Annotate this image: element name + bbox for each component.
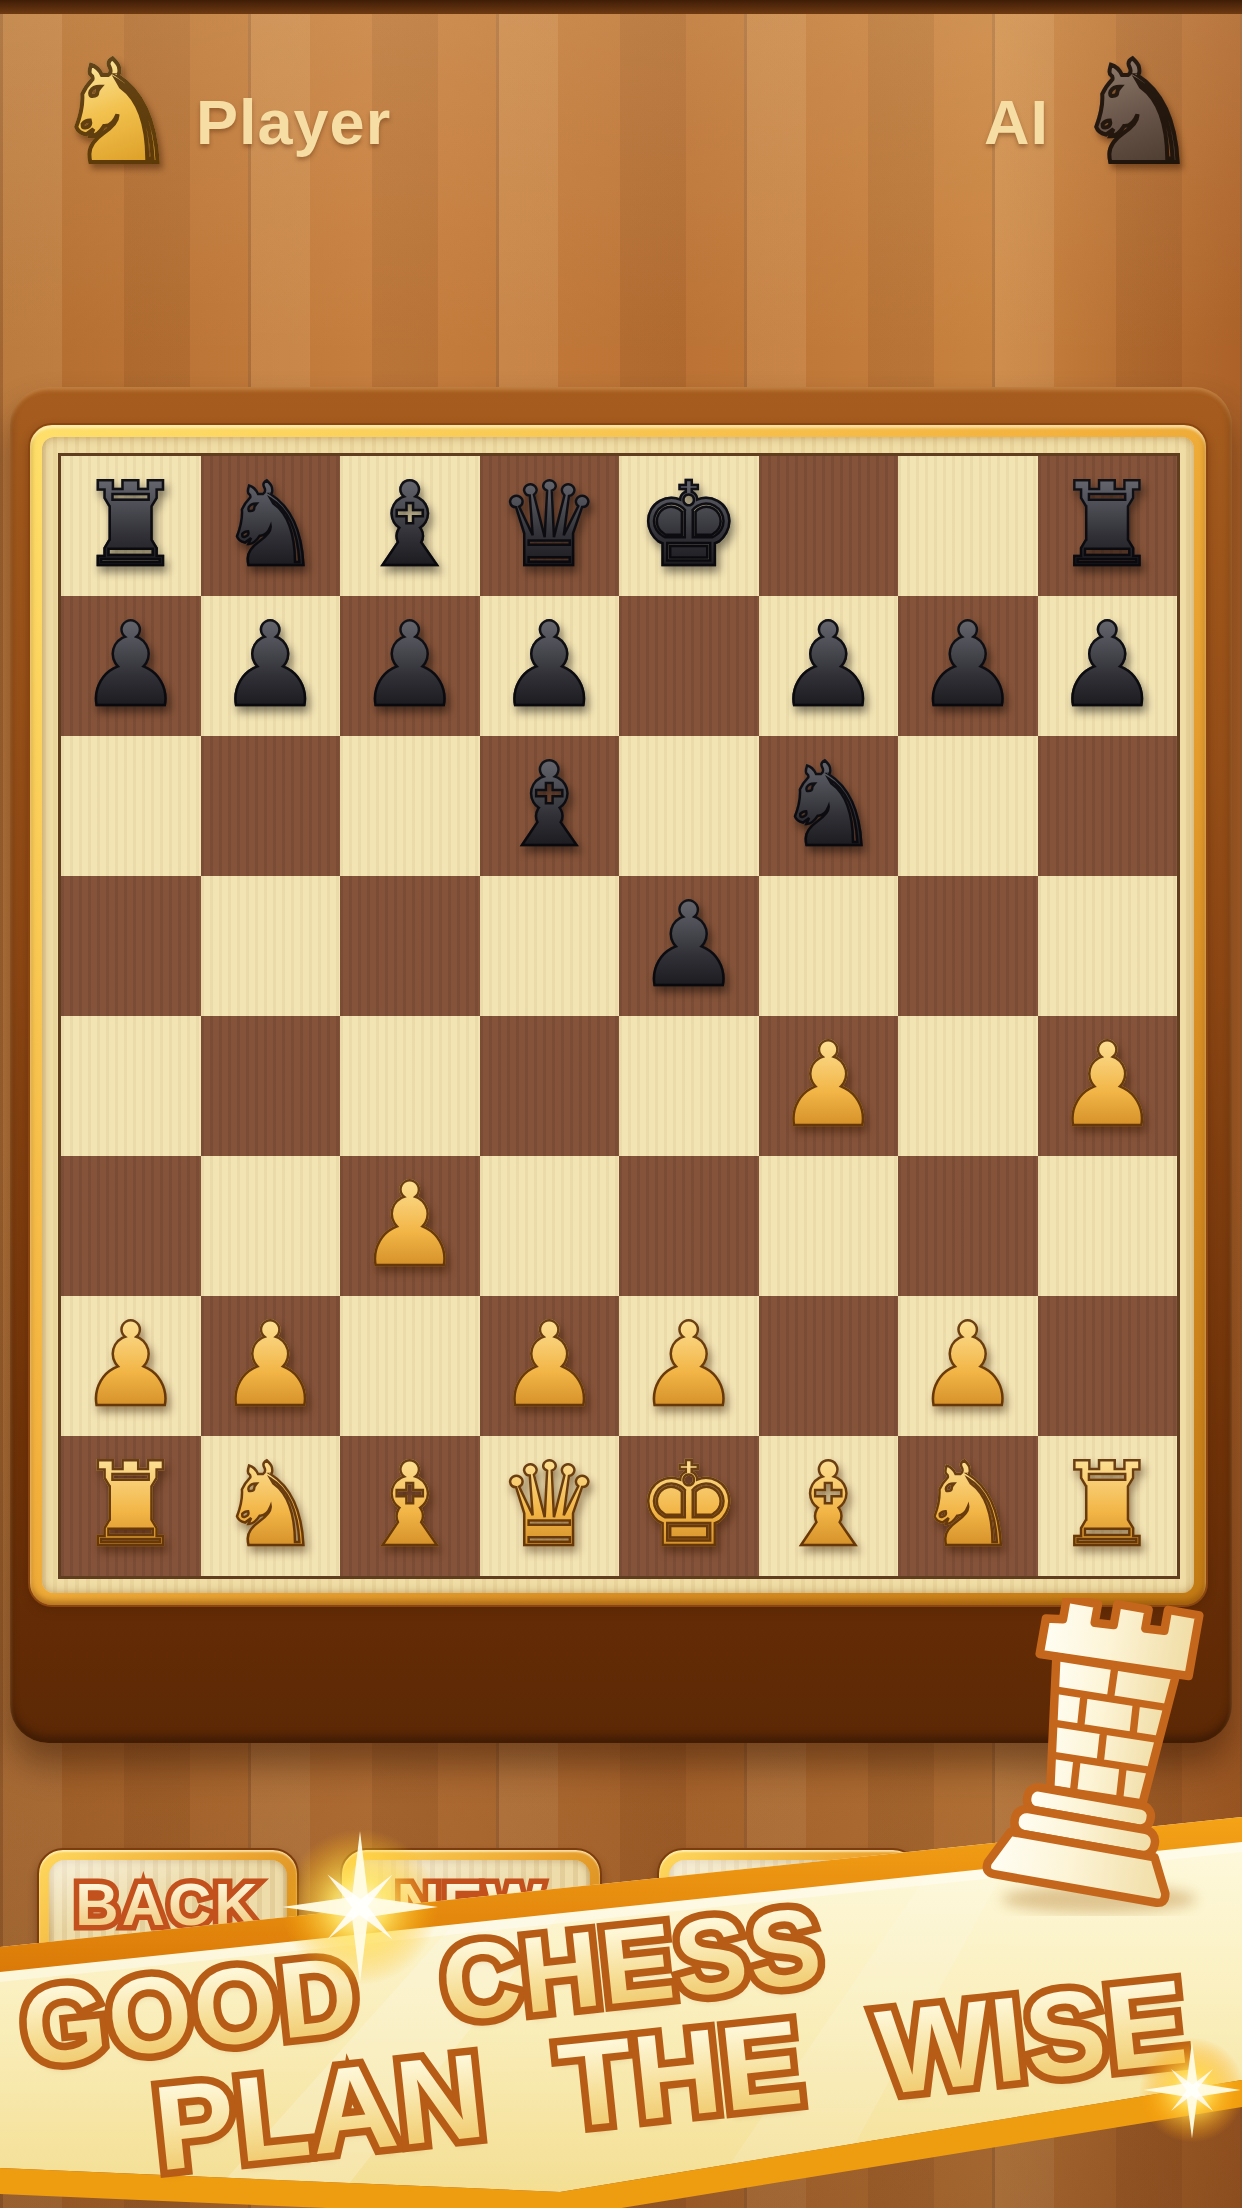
back-button-label: BACK — [75, 1871, 260, 1938]
square-f7[interactable]: ♟ — [759, 596, 899, 736]
square-a3[interactable] — [61, 1156, 201, 1296]
square-b7[interactable]: ♟ — [201, 596, 341, 736]
square-c6[interactable] — [340, 736, 480, 876]
square-g8[interactable] — [898, 456, 1038, 596]
square-a6[interactable] — [61, 736, 201, 876]
player-knight-icon: ♞ — [52, 30, 182, 200]
square-h8[interactable]: ♜ — [1038, 456, 1178, 596]
piece-black-pawn: ♟ — [759, 596, 899, 734]
piece-white-pawn: ♟ — [759, 1016, 899, 1154]
square-h7[interactable]: ♟ — [1038, 596, 1178, 736]
square-g6[interactable] — [898, 736, 1038, 876]
piece-white-king: ♚ — [619, 1436, 759, 1574]
chess-board[interactable]: ♜♞♝♛♚♜♟♟♟♟♟♟♟♝♞♟♟♟♟♟♟♟♟♟♜♞♝♛♚♝♞♜ — [58, 453, 1180, 1579]
piece-white-pawn: ♟ — [619, 1296, 759, 1434]
square-e2[interactable]: ♟ — [619, 1296, 759, 1436]
square-g4[interactable] — [898, 1016, 1038, 1156]
square-e6[interactable] — [619, 736, 759, 876]
piece-black-bishop: ♝ — [340, 456, 480, 594]
square-g7[interactable]: ♟ — [898, 596, 1038, 736]
piece-black-king: ♚ — [619, 456, 759, 594]
square-b1[interactable]: ♞ — [201, 1436, 341, 1576]
dark-knight-glyph: ♞ — [1072, 30, 1202, 195]
square-g3[interactable] — [898, 1156, 1038, 1296]
square-b5[interactable] — [201, 876, 341, 1016]
square-e3[interactable] — [619, 1156, 759, 1296]
banner-line2-outline: PLAN THE WISE — [148, 1952, 1194, 2198]
piece-black-queen: ♛ — [480, 456, 620, 594]
covered-button-face — [669, 1860, 907, 1960]
piece-white-pawn: ♟ — [340, 1156, 480, 1294]
banner-line2-text: PLAN THE WISE — [148, 1954, 1193, 2196]
square-e4[interactable] — [619, 1016, 759, 1156]
square-g2[interactable]: ♟ — [898, 1296, 1038, 1436]
square-h4[interactable]: ♟ — [1038, 1016, 1178, 1156]
square-a4[interactable] — [61, 1016, 201, 1156]
piece-white-pawn: ♟ — [61, 1296, 201, 1434]
board-inner-frame: ♜♞♝♛♚♜♟♟♟♟♟♟♟♝♞♟♟♟♟♟♟♟♟♟♜♞♝♛♚♝♞♜ — [42, 437, 1194, 1593]
square-c2[interactable] — [340, 1296, 480, 1436]
square-b8[interactable]: ♞ — [201, 456, 341, 596]
back-button[interactable]: BACK BACK — [37, 1848, 299, 1972]
square-d1[interactable]: ♛ — [480, 1436, 620, 1576]
piece-black-pawn: ♟ — [1038, 596, 1178, 734]
square-g1[interactable]: ♞ — [898, 1436, 1038, 1576]
piece-white-rook: ♜ — [61, 1436, 201, 1574]
covered-button[interactable] — [657, 1848, 919, 1972]
piece-white-knight: ♞ — [898, 1436, 1038, 1574]
square-h5[interactable] — [1038, 876, 1178, 1016]
piece-white-pawn: ♟ — [1038, 1016, 1178, 1154]
piece-white-bishop: ♝ — [340, 1436, 480, 1574]
square-h2[interactable] — [1038, 1296, 1178, 1436]
chess-app-screen: { "game": { "name": "chess", "mode": "Pl… — [0, 0, 1242, 2208]
square-d7[interactable]: ♟ — [480, 596, 620, 736]
square-d6[interactable]: ♝ — [480, 736, 620, 876]
square-d3[interactable] — [480, 1156, 620, 1296]
square-h6[interactable] — [1038, 736, 1178, 876]
square-c4[interactable] — [340, 1016, 480, 1156]
square-c3[interactable]: ♟ — [340, 1156, 480, 1296]
square-e8[interactable]: ♚ — [619, 456, 759, 596]
ai-name-label: AI — [984, 86, 1049, 158]
piece-black-knight: ♞ — [759, 736, 899, 874]
banner-text-line2: PLAN THE WISE PLAN THE WISE — [148, 1952, 1194, 2198]
piece-black-rook: ♜ — [61, 456, 201, 594]
piece-white-pawn: ♟ — [201, 1296, 341, 1434]
square-b3[interactable] — [201, 1156, 341, 1296]
piece-black-knight: ♞ — [201, 456, 341, 594]
square-a7[interactable]: ♟ — [61, 596, 201, 736]
square-b6[interactable] — [201, 736, 341, 876]
new-button-label-wrap: NEW NEW — [342, 1870, 600, 1939]
square-a1[interactable]: ♜ — [61, 1436, 201, 1576]
glare-highlight — [669, 1860, 907, 1940]
square-b2[interactable]: ♟ — [201, 1296, 341, 1436]
square-d8[interactable]: ♛ — [480, 456, 620, 596]
piece-white-bishop: ♝ — [759, 1436, 899, 1574]
piece-black-pawn: ♟ — [61, 596, 201, 734]
square-g5[interactable] — [898, 876, 1038, 1016]
square-d4[interactable] — [480, 1016, 620, 1156]
new-button-label: NEW — [397, 1871, 546, 1938]
square-a2[interactable]: ♟ — [61, 1296, 201, 1436]
square-c8[interactable]: ♝ — [340, 456, 480, 596]
square-e5[interactable]: ♟ — [619, 876, 759, 1016]
board-outer-frame: ♜♞♝♛♚♜♟♟♟♟♟♟♟♝♞♟♟♟♟♟♟♟♟♟♜♞♝♛♚♝♞♜ — [10, 387, 1232, 1743]
piece-black-pawn: ♟ — [480, 596, 620, 734]
square-f5[interactable] — [759, 876, 899, 1016]
top-shadow-strip — [0, 0, 1242, 14]
square-e7[interactable] — [619, 596, 759, 736]
piece-white-pawn: ♟ — [480, 1296, 620, 1434]
piece-black-pawn: ♟ — [340, 596, 480, 734]
square-h1[interactable]: ♜ — [1038, 1436, 1178, 1576]
gold-knight-glyph: ♞ — [52, 30, 182, 195]
square-h3[interactable] — [1038, 1156, 1178, 1296]
piece-black-pawn: ♟ — [619, 876, 759, 1014]
square-f6[interactable]: ♞ — [759, 736, 899, 876]
square-c5[interactable] — [340, 876, 480, 1016]
square-f1[interactable]: ♝ — [759, 1436, 899, 1576]
piece-white-pawn: ♟ — [898, 1296, 1038, 1434]
piece-white-queen: ♛ — [480, 1436, 620, 1574]
piece-white-rook: ♜ — [1038, 1436, 1178, 1574]
new-button[interactable]: NEW NEW — [340, 1848, 602, 1972]
piece-white-knight: ♞ — [201, 1436, 341, 1574]
square-a5[interactable] — [61, 876, 201, 1016]
back-button-label-wrap: BACK BACK — [39, 1870, 297, 1939]
piece-black-rook: ♜ — [1038, 456, 1178, 594]
sparkle-icon — [1138, 2036, 1242, 2144]
player-name-label: Player — [196, 86, 391, 158]
square-c7[interactable]: ♟ — [340, 596, 480, 736]
square-c1[interactable]: ♝ — [340, 1436, 480, 1576]
ai-knight-icon: ♞ — [1072, 30, 1202, 200]
square-e1[interactable]: ♚ — [619, 1436, 759, 1576]
square-f2[interactable] — [759, 1296, 899, 1436]
square-f3[interactable] — [759, 1156, 899, 1296]
piece-black-pawn: ♟ — [898, 596, 1038, 734]
square-f4[interactable]: ♟ — [759, 1016, 899, 1156]
square-d5[interactable] — [480, 876, 620, 1016]
square-f8[interactable] — [759, 456, 899, 596]
piece-black-pawn: ♟ — [201, 596, 341, 734]
square-d2[interactable]: ♟ — [480, 1296, 620, 1436]
square-b4[interactable] — [201, 1016, 341, 1156]
square-a8[interactable]: ♜ — [61, 456, 201, 596]
piece-black-bishop: ♝ — [480, 736, 620, 874]
board-gold-frame: ♜♞♝♛♚♜♟♟♟♟♟♟♟♝♞♟♟♟♟♟♟♟♟♟♜♞♝♛♚♝♞♜ — [28, 423, 1208, 1607]
